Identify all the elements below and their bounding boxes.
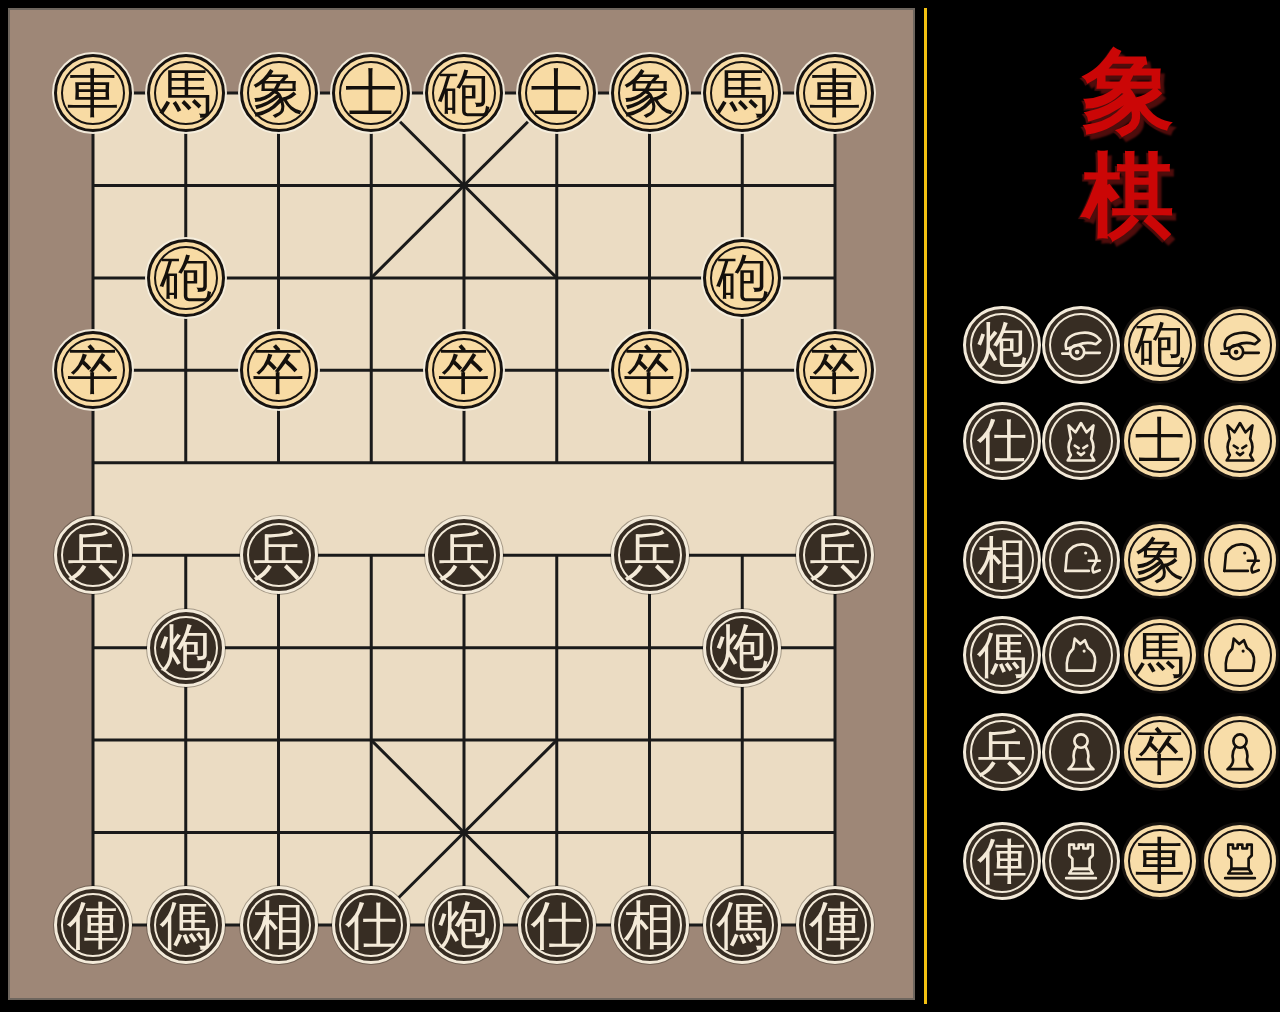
legend-rook-dark-icon — [1042, 822, 1120, 900]
piece-light-r0c1[interactable]: 馬 — [147, 54, 225, 132]
piece-glyph: 傌 — [160, 899, 212, 951]
piece-glyph: 仕 — [345, 899, 397, 951]
legend-elephant-light-char: 象 — [1121, 521, 1199, 599]
piece-glyph: 卒 — [438, 344, 490, 396]
legend-pawn-light-icon — [1201, 713, 1279, 791]
piece-light-r0c6[interactable]: 象 — [611, 54, 689, 132]
board-grid-lines — [93, 93, 835, 925]
legend-advisor-light-icon — [1201, 402, 1279, 480]
piece-glyph: 卒 — [624, 344, 676, 396]
piece-light-r0c8[interactable]: 車 — [796, 54, 874, 132]
advisor-icon — [1056, 416, 1106, 466]
legend-glyph: 炮 — [977, 320, 1027, 370]
xiangqi-diagram: 車馬象士砲士象馬車砲砲卒卒卒卒卒兵兵兵兵兵炮炮俥傌相仕炮仕相傌俥 象棋 炮 砲 … — [0, 0, 1280, 1012]
piece-glyph: 兵 — [253, 529, 305, 581]
legend-rook-light-char: 車 — [1121, 822, 1199, 900]
piece-glyph: 炮 — [160, 622, 212, 674]
piece-light-r2c7[interactable]: 砲 — [703, 239, 781, 317]
legend-cannon-light-char: 砲 — [1121, 306, 1199, 384]
legend-elephant-light-icon — [1201, 521, 1279, 599]
piece-dark-r5c8[interactable]: 兵 — [796, 516, 874, 594]
piece-glyph: 卒 — [67, 344, 119, 396]
piece-glyph: 傌 — [716, 899, 768, 951]
legend-rook-light-icon — [1201, 822, 1279, 900]
legend-cannon-dark-char: 炮 — [963, 306, 1041, 384]
piece-light-r0c4[interactable]: 砲 — [425, 54, 503, 132]
piece-light-r3c0[interactable]: 卒 — [54, 331, 132, 409]
piece-light-r3c2[interactable]: 卒 — [240, 331, 318, 409]
rook-icon — [1056, 836, 1106, 886]
piece-glyph: 兵 — [624, 529, 676, 581]
piece-glyph: 兵 — [67, 529, 119, 581]
piece-glyph: 士 — [531, 67, 583, 119]
piece-dark-r9c7[interactable]: 傌 — [703, 886, 781, 964]
piece-glyph: 相 — [253, 899, 305, 951]
legend-horse-dark-char: 傌 — [963, 616, 1041, 694]
legend-glyph: 車 — [1135, 836, 1185, 886]
legend-rook-dark-char: 俥 — [963, 822, 1041, 900]
legend-glyph: 象 — [1135, 535, 1185, 585]
piece-glyph: 兵 — [438, 529, 490, 581]
piece-dark-r9c5[interactable]: 仕 — [518, 886, 596, 964]
legend-horse-light-icon — [1201, 616, 1279, 694]
legend-glyph: 兵 — [977, 727, 1027, 777]
piece-dark-r9c3[interactable]: 仕 — [332, 886, 410, 964]
piece-light-r3c6[interactable]: 卒 — [611, 331, 689, 409]
piece-glyph: 兵 — [809, 529, 861, 581]
piece-dark-r9c1[interactable]: 傌 — [147, 886, 225, 964]
legend-elephant-dark-char: 相 — [963, 521, 1041, 599]
piece-light-r0c2[interactable]: 象 — [240, 54, 318, 132]
legend-glyph: 卒 — [1135, 727, 1185, 777]
piece-dark-r5c2[interactable]: 兵 — [240, 516, 318, 594]
piece-dark-r6c7[interactable]: 炮 — [703, 609, 781, 687]
elephant-icon — [1056, 535, 1106, 585]
piece-glyph: 仕 — [531, 899, 583, 951]
legend-horse-light-char: 馬 — [1121, 616, 1199, 694]
elephant-icon — [1215, 535, 1265, 585]
piece-dark-r9c4[interactable]: 炮 — [425, 886, 503, 964]
piece-light-r3c4[interactable]: 卒 — [425, 331, 503, 409]
piece-dark-r9c6[interactable]: 相 — [611, 886, 689, 964]
piece-light-r0c5[interactable]: 士 — [518, 54, 596, 132]
legend-horse-dark-icon — [1042, 616, 1120, 694]
legend-glyph: 馬 — [1135, 630, 1185, 680]
rook-icon — [1215, 836, 1265, 886]
horse-icon — [1215, 630, 1265, 680]
legend-glyph: 傌 — [977, 630, 1027, 680]
horse-icon — [1056, 630, 1106, 680]
piece-light-r0c3[interactable]: 士 — [332, 54, 410, 132]
piece-glyph: 卒 — [809, 344, 861, 396]
piece-glyph: 車 — [809, 67, 861, 119]
piece-glyph: 炮 — [438, 899, 490, 951]
legend-glyph: 相 — [977, 535, 1027, 585]
legend-pawn-dark-icon — [1042, 713, 1120, 791]
piece-glyph: 砲 — [716, 252, 768, 304]
piece-glyph: 士 — [345, 67, 397, 119]
piece-glyph: 相 — [624, 899, 676, 951]
legend-glyph: 仕 — [977, 416, 1027, 466]
piece-light-r3c8[interactable]: 卒 — [796, 331, 874, 409]
piece-dark-r9c0[interactable]: 俥 — [54, 886, 132, 964]
legend-advisor-dark-icon — [1042, 402, 1120, 480]
piece-glyph: 象 — [624, 67, 676, 119]
legend-cannon-dark-icon — [1042, 306, 1120, 384]
piece-light-r0c0[interactable]: 車 — [54, 54, 132, 132]
legend-elephant-dark-icon — [1042, 521, 1120, 599]
piece-glyph: 俥 — [67, 899, 119, 951]
piece-dark-r5c6[interactable]: 兵 — [611, 516, 689, 594]
piece-glyph: 砲 — [160, 252, 212, 304]
title-xiangqi: 象棋 — [1082, 40, 1174, 248]
legend-glyph: 砲 — [1135, 320, 1185, 370]
piece-dark-r5c4[interactable]: 兵 — [425, 516, 503, 594]
cannon-icon — [1215, 320, 1265, 370]
legend-advisor-light-char: 士 — [1121, 402, 1199, 480]
piece-glyph: 馬 — [716, 67, 768, 119]
cannon-icon — [1056, 320, 1106, 370]
piece-glyph: 炮 — [716, 622, 768, 674]
piece-dark-r9c2[interactable]: 相 — [240, 886, 318, 964]
advisor-icon — [1215, 416, 1265, 466]
piece-dark-r6c1[interactable]: 炮 — [147, 609, 225, 687]
piece-glyph: 車 — [67, 67, 119, 119]
xiangqi-board: 車馬象士砲士象馬車砲砲卒卒卒卒卒兵兵兵兵兵炮炮俥傌相仕炮仕相傌俥 — [8, 8, 915, 1000]
piece-dark-r9c8[interactable]: 俥 — [796, 886, 874, 964]
legend-advisor-dark-char: 仕 — [963, 402, 1041, 480]
legend-pawn-light-char: 卒 — [1121, 713, 1199, 791]
piece-glyph: 卒 — [253, 344, 305, 396]
piece-dark-r5c0[interactable]: 兵 — [54, 516, 132, 594]
piece-glyph: 馬 — [160, 67, 212, 119]
legend-pawn-dark-char: 兵 — [963, 713, 1041, 791]
piece-light-r2c1[interactable]: 砲 — [147, 239, 225, 317]
legend-glyph: 俥 — [977, 836, 1027, 886]
piece-glyph: 俥 — [809, 899, 861, 951]
legend-glyph: 士 — [1135, 416, 1185, 466]
piece-glyph: 砲 — [438, 67, 490, 119]
piece-light-r0c7[interactable]: 馬 — [703, 54, 781, 132]
legend-cannon-light-icon — [1201, 306, 1279, 384]
piece-glyph: 象 — [253, 67, 305, 119]
pawn-icon — [1215, 727, 1265, 777]
gold-divider — [924, 8, 927, 1004]
pawn-icon — [1056, 727, 1106, 777]
